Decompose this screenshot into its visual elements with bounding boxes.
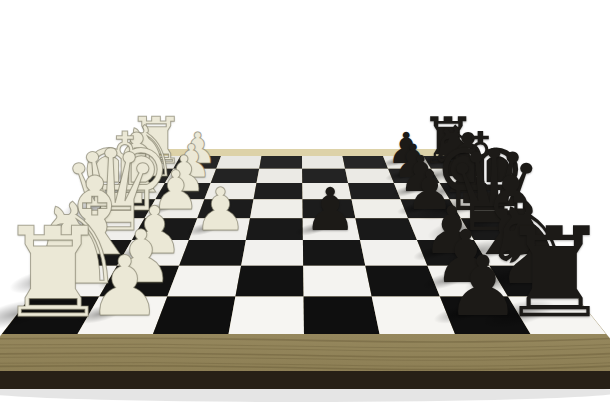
square-h6 [343, 156, 389, 169]
square-c6 [360, 240, 427, 266]
square-b6 [365, 266, 440, 297]
square-f8 [440, 183, 499, 199]
square-f1 [106, 183, 164, 199]
frame-far-rim [140, 149, 464, 156]
square-g8 [431, 169, 485, 183]
square-g2 [165, 169, 216, 183]
square-g3 [211, 169, 260, 183]
square-g1 [119, 169, 173, 183]
square-h4 [259, 156, 302, 169]
square-g6 [345, 169, 394, 183]
square-f4 [254, 183, 303, 199]
square-c4 [241, 240, 303, 266]
square-e5 [303, 199, 356, 218]
square-c5 [303, 240, 365, 266]
square-e1 [92, 199, 156, 218]
square-d6 [355, 218, 417, 240]
square-c3 [179, 240, 246, 266]
chessboard-scene: ♜♟♟♜♞♟♟♞♝♟♟♝♚♟♟♚♛♟♟♛♝♟♟♝♞♟♟♞♜♟♟♜ [0, 0, 610, 406]
square-g7 [388, 169, 440, 183]
square-h1 [130, 156, 180, 169]
square-b4 [235, 266, 303, 297]
square-g4 [257, 169, 303, 183]
square-h8 [424, 156, 475, 169]
square-a3 [153, 297, 235, 334]
square-f5 [302, 183, 351, 199]
square-h2 [173, 156, 221, 169]
square-e3 [197, 199, 253, 218]
square-b3 [167, 266, 241, 297]
square-f3 [204, 183, 256, 199]
square-a5 [304, 297, 380, 334]
frame-underside [0, 371, 610, 389]
square-h3 [216, 156, 261, 169]
square-h5 [302, 156, 345, 169]
square-e6 [352, 199, 409, 218]
square-f6 [348, 183, 400, 199]
chessboard [0, 0, 610, 406]
square-e4 [250, 199, 303, 218]
square-b5 [303, 266, 372, 297]
square-a4 [229, 297, 305, 334]
square-f2 [155, 183, 210, 199]
square-d3 [189, 218, 250, 240]
square-g5 [302, 169, 348, 183]
square-d5 [303, 218, 360, 240]
square-h7 [383, 156, 431, 169]
square-d4 [246, 218, 303, 240]
